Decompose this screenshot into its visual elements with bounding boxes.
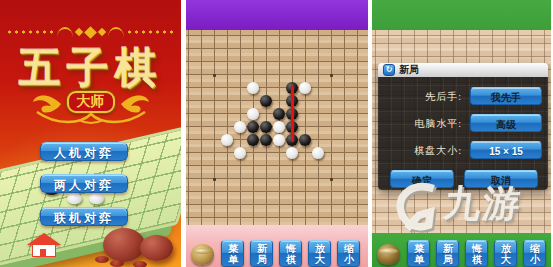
stones-layer	[186, 30, 368, 225]
zoom-in-button[interactable]: 放大	[308, 240, 331, 267]
red-stone	[95, 256, 109, 263]
black-stone	[299, 134, 311, 146]
dialog-title: 新局	[399, 63, 419, 77]
toolbar-middle: 菜单 新局 悔棋 放大 缩小	[186, 225, 368, 267]
stone-bowl-small	[140, 235, 173, 261]
jiuyou-watermark-text: 九游	[441, 180, 525, 228]
undo-button[interactable]: 悔棋	[465, 240, 488, 267]
ornament-dots	[126, 29, 175, 35]
game-panel: 菜单 新局 悔棋 放大 缩小	[186, 0, 368, 267]
white-stone	[299, 82, 311, 94]
zoom-out-button[interactable]: 缩小	[337, 240, 360, 267]
ornament-dots	[6, 29, 55, 35]
ornament-diamond	[84, 26, 97, 39]
top-strip-purple	[186, 0, 368, 30]
home-button[interactable]	[24, 233, 64, 259]
red-stone	[110, 260, 124, 267]
white-stone	[234, 121, 246, 133]
zoom-out-button[interactable]: 缩小	[523, 240, 546, 267]
online-play-button[interactable]: 联机对弈	[40, 207, 128, 226]
white-stone	[273, 134, 285, 146]
board-size-row: 棋盘大小: 15 × 15	[378, 141, 548, 159]
board-size-label: 棋盘大小:	[378, 144, 462, 158]
menu-button[interactable]: 菜单	[221, 240, 244, 267]
star-point	[213, 178, 216, 181]
white-stone	[247, 108, 259, 120]
white-stone	[286, 147, 298, 159]
under-flourish	[0, 108, 181, 128]
new-game-button[interactable]: 新局	[250, 240, 273, 267]
winning-line	[291, 86, 294, 142]
app-title: 五子棋	[0, 40, 181, 96]
black-stone	[260, 121, 272, 133]
ornament-diamond	[98, 28, 106, 36]
undo-button[interactable]: 悔棋	[279, 240, 302, 267]
white-stone	[312, 147, 324, 159]
black-stone	[247, 121, 259, 133]
ornament-arc	[57, 27, 73, 37]
first-move-row: 先后手: 我先手	[378, 87, 548, 105]
menu-panel: 五子棋 大师 人机对弈 两人对弈 联机对弈	[0, 0, 181, 267]
two-player-button[interactable]: 两人对弈	[40, 174, 128, 193]
black-stone	[247, 134, 259, 146]
ai-level-label: 电脑水平:	[378, 117, 462, 131]
screenshot-stage: 五子棋 大师 人机对弈 两人对弈 联机对弈	[0, 0, 553, 267]
new-game-button[interactable]: 新局	[436, 240, 459, 267]
toolbar-right: 菜单 新局 悔棋 放大 缩小	[372, 233, 551, 267]
new-game-dialog: ↻ 新局 先后手: 我先手 电脑水平: 高级 棋盘大小: 15 × 15 确定 …	[378, 63, 548, 190]
new-game-icon: ↻	[383, 64, 395, 76]
ornament-arc	[108, 27, 124, 37]
human-vs-ai-button[interactable]: 人机对弈	[40, 142, 128, 161]
white-stone	[247, 82, 259, 94]
dialog-body: 先后手: 我先手 电脑水平: 高级 棋盘大小: 15 × 15 确定 取消	[378, 77, 548, 190]
board-size-select[interactable]: 15 × 15	[470, 141, 542, 159]
ornament-diamond	[75, 28, 83, 36]
black-stone	[260, 95, 272, 107]
star-point	[330, 74, 333, 77]
gold-ornament-divider	[6, 26, 175, 38]
star-point	[330, 178, 333, 181]
first-move-label: 先后手:	[378, 90, 462, 104]
ai-level-row: 电脑水平: 高级	[378, 114, 548, 132]
dialog-title-bar: ↻ 新局	[378, 63, 548, 77]
white-stone	[234, 147, 246, 159]
ai-level-select[interactable]: 高级	[470, 114, 542, 132]
zoom-in-button[interactable]: 放大	[494, 240, 517, 267]
stone-bowl-large	[103, 228, 145, 262]
black-stone	[260, 134, 272, 146]
black-stone	[273, 108, 285, 120]
stone-bowl-icon	[377, 244, 400, 265]
go-board[interactable]	[186, 30, 368, 225]
jiuyou-logo-icon	[392, 180, 442, 234]
red-stone	[133, 261, 147, 267]
first-move-select[interactable]: 我先手	[470, 87, 542, 105]
menu-button[interactable]: 菜单	[407, 240, 430, 267]
top-strip-green	[372, 0, 551, 30]
star-point	[213, 74, 216, 77]
jiuyou-watermark: 九游	[392, 180, 522, 234]
white-stone	[221, 134, 233, 146]
white-stone	[273, 121, 285, 133]
home-icon	[27, 233, 61, 245]
stone-bowl-icon	[191, 244, 214, 265]
